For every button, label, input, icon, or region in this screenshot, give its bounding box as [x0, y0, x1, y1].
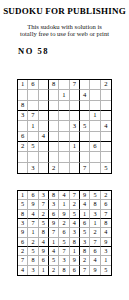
- puzzle-cell-r4c8: 1: [90, 111, 100, 121]
- page-title: SUDOKU FOR PUBLISHING: [0, 6, 129, 16]
- puzzle-cell-r8c2: [28, 152, 38, 162]
- puzzle-cell-r3c2: [28, 101, 38, 111]
- puzzle-cell-r3c7: [80, 101, 90, 111]
- solution-cell-r6c6: 8: [70, 238, 80, 247]
- solution-cell-r4c1: 3: [18, 219, 28, 228]
- puzzle-cell-r9c6: [70, 163, 80, 173]
- solution-cell-r4c2: 7: [28, 219, 38, 228]
- solution-cell-r6c1: 6: [18, 238, 28, 247]
- solution-cell-r2c2: 9: [28, 200, 38, 209]
- solution-cell-r6c4: 1: [49, 238, 59, 247]
- solution-cell-r9c6: 6: [70, 266, 80, 275]
- puzzle-number-label: NO 58: [18, 46, 49, 56]
- puzzle-cell-r7c4: [49, 142, 59, 152]
- puzzle-cell-r2c5: 1: [59, 90, 69, 100]
- solution-cell-r9c4: 2: [49, 266, 59, 275]
- puzzle-cell-r8c7: [80, 152, 90, 162]
- solution-cell-r3c3: 2: [39, 210, 49, 219]
- solution-cell-r2c4: 3: [49, 200, 59, 209]
- solution-cell-r1c1: 1: [18, 191, 28, 200]
- solution-cell-r3c9: 7: [101, 210, 111, 219]
- solution-cell-r4c4: 9: [49, 219, 59, 228]
- puzzle-cell-r2c6: [70, 90, 80, 100]
- solution-cell-r8c4: 5: [49, 256, 59, 265]
- puzzle-cell-r7c2: 5: [28, 142, 38, 152]
- puzzle-cell-r5c8: [90, 121, 100, 131]
- solution-cell-r4c7: 6: [80, 219, 90, 228]
- puzzle-cell-r1c7: [80, 80, 90, 90]
- puzzle-cell-r9c2: 3: [28, 163, 38, 173]
- solution-cell-r7c6: 1: [70, 247, 80, 256]
- solution-cell-r2c3: 7: [39, 200, 49, 209]
- solution-cell-r5c3: 8: [39, 228, 49, 237]
- solution-cell-r4c5: 2: [59, 219, 69, 228]
- sudoku-puzzle-grid: 1687214837113546425163275: [17, 79, 112, 174]
- solution-cell-r6c7: 3: [80, 238, 90, 247]
- puzzle-cell-r6c6: [70, 132, 80, 142]
- puzzle-cell-r4c4: [49, 111, 59, 121]
- solution-cell-r2c6: 2: [70, 200, 80, 209]
- puzzle-cell-r1c2: 6: [28, 80, 38, 90]
- subtitle-line-1: This sudoku with solution is: [27, 23, 102, 30]
- puzzle-cell-r1c3: [39, 80, 49, 90]
- puzzle-cell-r7c9: [101, 142, 111, 152]
- solution-cell-r4c6: 4: [70, 219, 80, 228]
- puzzle-cell-r8c4: [49, 152, 59, 162]
- puzzle-cell-r7c3: [39, 142, 49, 152]
- puzzle-cell-r9c5: [59, 163, 69, 173]
- puzzle-cell-r5c3: [39, 121, 49, 131]
- solution-cell-r9c1: 4: [18, 266, 28, 275]
- solution-cell-r7c3: 9: [39, 247, 49, 256]
- solution-cell-r5c2: 1: [28, 228, 38, 237]
- solution-cell-r3c1: 8: [18, 210, 28, 219]
- puzzle-cell-r5c2: 1: [28, 121, 38, 131]
- puzzle-cell-r1c4: 8: [49, 80, 59, 90]
- solution-cell-r5c8: 2: [90, 228, 100, 237]
- solution-cell-r4c9: 8: [101, 219, 111, 228]
- solution-cell-r7c9: 3: [101, 247, 111, 256]
- puzzle-cell-r2c3: [39, 90, 49, 100]
- solution-cell-r8c5: 3: [59, 256, 69, 265]
- solution-cell-r3c6: 5: [70, 210, 80, 219]
- puzzle-cell-r6c5: [59, 132, 69, 142]
- puzzle-cell-r4c3: [39, 111, 49, 121]
- solution-cell-r6c8: 7: [90, 238, 100, 247]
- puzzle-cell-r8c9: [101, 152, 111, 162]
- solution-cell-r5c1: 9: [18, 228, 28, 237]
- puzzle-cell-r7c5: [59, 142, 69, 152]
- puzzle-cell-r1c8: [90, 80, 100, 90]
- puzzle-cell-r5c7: 5: [80, 121, 90, 131]
- solution-cell-r5c4: 7: [49, 228, 59, 237]
- puzzle-cell-r6c3: 4: [39, 132, 49, 142]
- solution-cell-r9c8: 9: [90, 266, 100, 275]
- puzzle-cell-r9c8: [90, 163, 100, 173]
- puzzle-cell-r8c5: [59, 152, 69, 162]
- solution-cell-r9c3: 1: [39, 266, 49, 275]
- solution-cell-r7c5: 7: [59, 247, 69, 256]
- solution-cell-r7c1: 2: [18, 247, 28, 256]
- solution-cell-r6c2: 2: [28, 238, 38, 247]
- puzzle-cell-r8c6: [70, 152, 80, 162]
- puzzle-cell-r8c8: [90, 152, 100, 162]
- puzzle-cell-r9c9: 5: [101, 163, 111, 173]
- puzzle-cell-r5c1: [18, 121, 28, 131]
- puzzle-cell-r9c1: [18, 163, 28, 173]
- puzzle-cell-r1c5: [59, 80, 69, 90]
- puzzle-cell-r4c1: 3: [18, 111, 28, 121]
- puzzle-cell-r2c2: [28, 90, 38, 100]
- solution-cell-r7c7: 8: [80, 247, 90, 256]
- puzzle-cell-r3c5: [59, 101, 69, 111]
- puzzle-cell-r3c3: [39, 101, 49, 111]
- solution-cell-r8c3: 6: [39, 256, 49, 265]
- solution-cell-r4c8: 1: [90, 219, 100, 228]
- puzzle-cell-r2c4: [49, 90, 59, 100]
- solution-cell-r1c5: 4: [59, 191, 69, 200]
- puzzle-cell-r3c8: [90, 101, 100, 111]
- solution-cell-r2c5: 1: [59, 200, 69, 209]
- solution-cell-r6c3: 4: [39, 238, 49, 247]
- puzzle-cell-r8c3: [39, 152, 49, 162]
- puzzle-cell-r8c1: [18, 152, 28, 162]
- puzzle-cell-r2c9: [101, 90, 111, 100]
- solution-cell-r1c4: 8: [49, 191, 59, 200]
- solution-cell-r5c9: 4: [101, 228, 111, 237]
- puzzle-cell-r4c7: [80, 111, 90, 121]
- puzzle-cell-r3c9: [101, 101, 111, 111]
- solution-cell-r3c2: 4: [28, 210, 38, 219]
- puzzle-cell-r3c4: [49, 101, 59, 111]
- puzzle-cell-r2c1: [18, 90, 28, 100]
- puzzle-cell-r4c6: [70, 111, 80, 121]
- puzzle-cell-r7c6: 1: [70, 142, 80, 152]
- puzzle-cell-r1c1: 1: [18, 80, 28, 90]
- solution-cell-r9c5: 8: [59, 266, 69, 275]
- puzzle-cell-r5c4: [49, 121, 59, 131]
- solution-cell-r7c4: 4: [49, 247, 59, 256]
- puzzle-cell-r6c8: [90, 132, 100, 142]
- puzzle-cell-r6c9: [101, 132, 111, 142]
- solution-cell-r2c7: 4: [80, 200, 90, 209]
- solution-cell-r8c1: 7: [18, 256, 28, 265]
- solution-cell-r3c4: 6: [49, 210, 59, 219]
- solution-cell-r6c9: 9: [101, 238, 111, 247]
- solution-cell-r9c7: 7: [80, 266, 90, 275]
- solution-cell-r3c8: 3: [90, 210, 100, 219]
- solution-cell-r6c5: 5: [59, 238, 69, 247]
- puzzle-cell-r9c3: [39, 163, 49, 173]
- solution-cell-r8c7: 2: [80, 256, 90, 265]
- puzzle-cell-r4c2: 7: [28, 111, 38, 121]
- solution-cell-r1c7: 9: [80, 191, 90, 200]
- puzzle-cell-r3c1: 8: [18, 101, 28, 111]
- puzzle-cell-r7c1: 2: [18, 142, 28, 152]
- puzzle-cell-r9c4: 2: [49, 163, 59, 173]
- solution-cell-r3c5: 9: [59, 210, 69, 219]
- solution-cell-r8c9: 1: [101, 256, 111, 265]
- puzzle-cell-r7c7: [80, 142, 90, 152]
- solution-cell-r4c3: 5: [39, 219, 49, 228]
- subtitle-line-2: totally free to use for web or print: [20, 30, 109, 37]
- solution-cell-r8c8: 4: [90, 256, 100, 265]
- puzzle-cell-r4c5: [59, 111, 69, 121]
- solution-cell-r7c2: 5: [28, 247, 38, 256]
- puzzle-cell-r5c6: 3: [70, 121, 80, 131]
- puzzle-cell-r9c7: 7: [80, 163, 90, 173]
- solution-cell-r5c6: 3: [70, 228, 80, 237]
- puzzle-cell-r2c7: 4: [80, 90, 90, 100]
- puzzle-cell-r1c9: 2: [101, 80, 111, 90]
- puzzle-cell-r2c8: [90, 90, 100, 100]
- solution-cell-r1c9: 2: [101, 191, 111, 200]
- solution-cell-r2c8: 8: [90, 200, 100, 209]
- solution-cell-r5c5: 6: [59, 228, 69, 237]
- solution-cell-r9c2: 3: [28, 266, 38, 275]
- puzzle-cell-r7c8: 6: [90, 142, 100, 152]
- puzzle-cell-r4c9: [101, 111, 111, 121]
- solution-cell-r2c1: 5: [18, 200, 28, 209]
- sudoku-solution-grid: 1638479525973124868426951373759246189187…: [17, 190, 112, 276]
- puzzle-cell-r6c2: [28, 132, 38, 142]
- solution-cell-r1c8: 5: [90, 191, 100, 200]
- solution-cell-r7c8: 6: [90, 247, 100, 256]
- puzzle-cell-r5c9: 4: [101, 121, 111, 131]
- puzzle-cell-r3c6: [70, 101, 80, 111]
- subtitle: This sudoku with solution is totally fre…: [0, 23, 129, 38]
- solution-cell-r5c7: 5: [80, 228, 90, 237]
- solution-cell-r2c9: 6: [101, 200, 111, 209]
- solution-cell-r3c7: 1: [80, 210, 90, 219]
- solution-cell-r9c9: 5: [101, 266, 111, 275]
- solution-cell-r1c3: 3: [39, 191, 49, 200]
- puzzle-cell-r6c4: [49, 132, 59, 142]
- solution-cell-r8c6: 9: [70, 256, 80, 265]
- solution-cell-r8c2: 8: [28, 256, 38, 265]
- puzzle-cell-r6c1: 6: [18, 132, 28, 142]
- solution-cell-r1c2: 6: [28, 191, 38, 200]
- solution-cell-r1c6: 7: [70, 191, 80, 200]
- puzzle-cell-r1c6: 7: [70, 80, 80, 90]
- puzzle-cell-r6c7: [80, 132, 90, 142]
- puzzle-cell-r5c5: [59, 121, 69, 131]
